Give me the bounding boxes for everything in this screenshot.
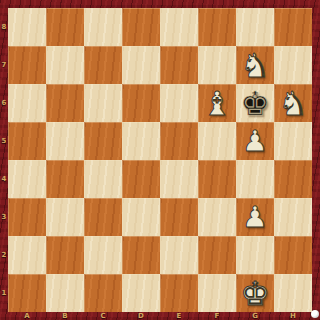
- square-b5[interactable]: [46, 122, 84, 160]
- rank-label-2: 2: [0, 236, 8, 274]
- white-pawn-g3[interactable]: ♟: [236, 198, 274, 236]
- board-frame: ♞♝♚♞♟♟♚ 87654321 ABCDEFGH: [0, 0, 320, 320]
- square-e3[interactable]: [160, 198, 198, 236]
- white-knight-g7[interactable]: ♞: [236, 46, 274, 84]
- square-g6[interactable]: ♚: [236, 84, 274, 122]
- square-d2[interactable]: [122, 236, 160, 274]
- square-h1[interactable]: [274, 274, 312, 312]
- rank-label-1: 1: [0, 274, 8, 312]
- square-h6[interactable]: ♞: [274, 84, 312, 122]
- square-d1[interactable]: [122, 274, 160, 312]
- white-pawn-g5[interactable]: ♟: [236, 122, 274, 160]
- square-h4[interactable]: [274, 160, 312, 198]
- rank-label-8: 8: [0, 8, 8, 46]
- square-c3[interactable]: [84, 198, 122, 236]
- square-b2[interactable]: [46, 236, 84, 274]
- square-f5[interactable]: [198, 122, 236, 160]
- square-g1[interactable]: ♚: [236, 274, 274, 312]
- chess-board: ♞♝♚♞♟♟♚: [8, 8, 312, 312]
- square-d4[interactable]: [122, 160, 160, 198]
- white-knight-h6[interactable]: ♞: [274, 84, 312, 122]
- square-c1[interactable]: [84, 274, 122, 312]
- square-e8[interactable]: [160, 8, 198, 46]
- square-a7[interactable]: [8, 46, 46, 84]
- square-h5[interactable]: [274, 122, 312, 160]
- rank-label-5: 5: [0, 122, 8, 160]
- square-c6[interactable]: [84, 84, 122, 122]
- square-a3[interactable]: [8, 198, 46, 236]
- square-f7[interactable]: [198, 46, 236, 84]
- square-h2[interactable]: [274, 236, 312, 274]
- square-b3[interactable]: [46, 198, 84, 236]
- square-a5[interactable]: [8, 122, 46, 160]
- square-e7[interactable]: [160, 46, 198, 84]
- black-king-g6[interactable]: ♚: [236, 84, 274, 122]
- square-c8[interactable]: [84, 8, 122, 46]
- square-d8[interactable]: [122, 8, 160, 46]
- square-h3[interactable]: [274, 198, 312, 236]
- square-d5[interactable]: [122, 122, 160, 160]
- white-bishop-f6[interactable]: ♝: [198, 84, 236, 122]
- file-label-e: E: [160, 312, 198, 320]
- file-label-c: C: [84, 312, 122, 320]
- rank-label-4: 4: [0, 160, 8, 198]
- square-g3[interactable]: ♟: [236, 198, 274, 236]
- square-g8[interactable]: [236, 8, 274, 46]
- square-a1[interactable]: [8, 274, 46, 312]
- square-c2[interactable]: [84, 236, 122, 274]
- square-f6[interactable]: ♝: [198, 84, 236, 122]
- square-a2[interactable]: [8, 236, 46, 274]
- white-to-move-indicator: [311, 310, 319, 318]
- square-f2[interactable]: [198, 236, 236, 274]
- square-d3[interactable]: [122, 198, 160, 236]
- square-e5[interactable]: [160, 122, 198, 160]
- square-b8[interactable]: [46, 8, 84, 46]
- file-label-h: H: [274, 312, 312, 320]
- square-d6[interactable]: [122, 84, 160, 122]
- white-king-g1[interactable]: ♚: [236, 274, 274, 312]
- square-f1[interactable]: [198, 274, 236, 312]
- square-f4[interactable]: [198, 160, 236, 198]
- square-c4[interactable]: [84, 160, 122, 198]
- file-label-g: G: [236, 312, 274, 320]
- square-b7[interactable]: [46, 46, 84, 84]
- square-c5[interactable]: [84, 122, 122, 160]
- square-g7[interactable]: ♞: [236, 46, 274, 84]
- square-a6[interactable]: [8, 84, 46, 122]
- rank-label-6: 6: [0, 84, 8, 122]
- square-b6[interactable]: [46, 84, 84, 122]
- square-e4[interactable]: [160, 160, 198, 198]
- square-b4[interactable]: [46, 160, 84, 198]
- square-g5[interactable]: ♟: [236, 122, 274, 160]
- square-g2[interactable]: [236, 236, 274, 274]
- square-c7[interactable]: [84, 46, 122, 84]
- file-label-a: A: [8, 312, 46, 320]
- square-h8[interactable]: [274, 8, 312, 46]
- file-label-b: B: [46, 312, 84, 320]
- square-e2[interactable]: [160, 236, 198, 274]
- square-h7[interactable]: [274, 46, 312, 84]
- square-e1[interactable]: [160, 274, 198, 312]
- rank-label-7: 7: [0, 46, 8, 84]
- rank-label-3: 3: [0, 198, 8, 236]
- square-f8[interactable]: [198, 8, 236, 46]
- square-e6[interactable]: [160, 84, 198, 122]
- square-f3[interactable]: [198, 198, 236, 236]
- file-label-d: D: [122, 312, 160, 320]
- square-d7[interactable]: [122, 46, 160, 84]
- square-a4[interactable]: [8, 160, 46, 198]
- file-label-f: F: [198, 312, 236, 320]
- square-b1[interactable]: [46, 274, 84, 312]
- square-g4[interactable]: [236, 160, 274, 198]
- square-a8[interactable]: [8, 8, 46, 46]
